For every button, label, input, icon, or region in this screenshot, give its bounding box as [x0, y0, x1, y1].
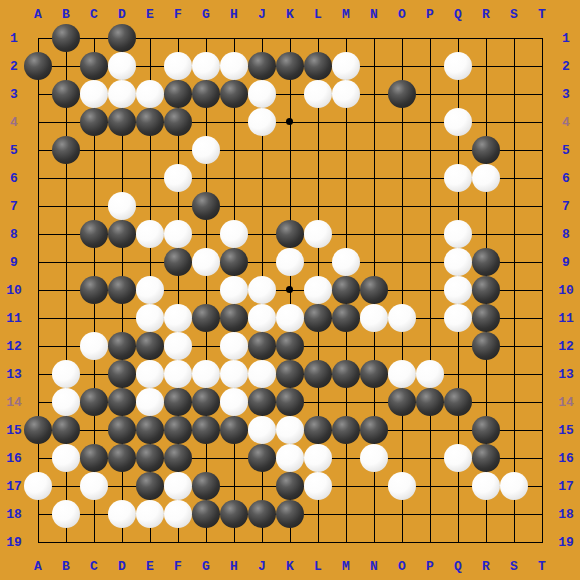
point-S7[interactable]	[500, 192, 528, 220]
point-E17[interactable]	[136, 472, 164, 500]
point-E15[interactable]	[136, 416, 164, 444]
point-L17[interactable]	[304, 472, 332, 500]
point-C10[interactable]	[80, 276, 108, 304]
point-S12[interactable]	[500, 332, 528, 360]
point-M16[interactable]	[332, 444, 360, 472]
point-H10[interactable]	[220, 276, 248, 304]
point-N1[interactable]	[360, 24, 388, 52]
point-M19[interactable]	[332, 528, 360, 556]
point-M9[interactable]	[332, 248, 360, 276]
point-G11[interactable]	[192, 304, 220, 332]
point-Q6[interactable]	[444, 164, 472, 192]
point-F18[interactable]	[164, 500, 192, 528]
point-H14[interactable]	[220, 388, 248, 416]
point-N9[interactable]	[360, 248, 388, 276]
point-B4[interactable]	[52, 108, 80, 136]
point-R16[interactable]	[472, 444, 500, 472]
point-M18[interactable]	[332, 500, 360, 528]
point-F7[interactable]	[164, 192, 192, 220]
point-B8[interactable]	[52, 220, 80, 248]
point-N19[interactable]	[360, 528, 388, 556]
point-C15[interactable]	[80, 416, 108, 444]
point-M7[interactable]	[332, 192, 360, 220]
point-E8[interactable]	[136, 220, 164, 248]
point-G7[interactable]	[192, 192, 220, 220]
point-D18[interactable]	[108, 500, 136, 528]
point-K3[interactable]	[276, 80, 304, 108]
point-C17[interactable]	[80, 472, 108, 500]
point-D10[interactable]	[108, 276, 136, 304]
point-O18[interactable]	[388, 500, 416, 528]
point-T16[interactable]	[528, 444, 556, 472]
point-G5[interactable]	[192, 136, 220, 164]
point-G13[interactable]	[192, 360, 220, 388]
point-K12[interactable]	[276, 332, 304, 360]
point-H7[interactable]	[220, 192, 248, 220]
point-H19[interactable]	[220, 528, 248, 556]
point-J14[interactable]	[248, 388, 276, 416]
point-G3[interactable]	[192, 80, 220, 108]
point-T2[interactable]	[528, 52, 556, 80]
point-Q18[interactable]	[444, 500, 472, 528]
point-D6[interactable]	[108, 164, 136, 192]
point-G19[interactable]	[192, 528, 220, 556]
point-R4[interactable]	[472, 108, 500, 136]
point-B15[interactable]	[52, 416, 80, 444]
point-G10[interactable]	[192, 276, 220, 304]
point-Q15[interactable]	[444, 416, 472, 444]
point-T19[interactable]	[528, 528, 556, 556]
point-A3[interactable]	[24, 80, 52, 108]
point-D3[interactable]	[108, 80, 136, 108]
point-R11[interactable]	[472, 304, 500, 332]
point-L14[interactable]	[304, 388, 332, 416]
point-O1[interactable]	[388, 24, 416, 52]
point-S4[interactable]	[500, 108, 528, 136]
point-L3[interactable]	[304, 80, 332, 108]
point-G16[interactable]	[192, 444, 220, 472]
point-D13[interactable]	[108, 360, 136, 388]
point-N12[interactable]	[360, 332, 388, 360]
point-O3[interactable]	[388, 80, 416, 108]
point-R12[interactable]	[472, 332, 500, 360]
point-J19[interactable]	[248, 528, 276, 556]
point-T17[interactable]	[528, 472, 556, 500]
point-S15[interactable]	[500, 416, 528, 444]
point-B6[interactable]	[52, 164, 80, 192]
point-F4[interactable]	[164, 108, 192, 136]
point-E12[interactable]	[136, 332, 164, 360]
point-B5[interactable]	[52, 136, 80, 164]
point-L6[interactable]	[304, 164, 332, 192]
point-E7[interactable]	[136, 192, 164, 220]
point-B19[interactable]	[52, 528, 80, 556]
point-K14[interactable]	[276, 388, 304, 416]
point-D16[interactable]	[108, 444, 136, 472]
point-N15[interactable]	[360, 416, 388, 444]
point-Q19[interactable]	[444, 528, 472, 556]
point-J9[interactable]	[248, 248, 276, 276]
point-R14[interactable]	[472, 388, 500, 416]
point-E16[interactable]	[136, 444, 164, 472]
point-E2[interactable]	[136, 52, 164, 80]
point-J15[interactable]	[248, 416, 276, 444]
point-H9[interactable]	[220, 248, 248, 276]
point-H4[interactable]	[220, 108, 248, 136]
point-R3[interactable]	[472, 80, 500, 108]
point-T4[interactable]	[528, 108, 556, 136]
point-C8[interactable]	[80, 220, 108, 248]
point-B17[interactable]	[52, 472, 80, 500]
point-E5[interactable]	[136, 136, 164, 164]
point-D17[interactable]	[108, 472, 136, 500]
point-A7[interactable]	[24, 192, 52, 220]
point-B10[interactable]	[52, 276, 80, 304]
point-O2[interactable]	[388, 52, 416, 80]
point-E14[interactable]	[136, 388, 164, 416]
point-R15[interactable]	[472, 416, 500, 444]
point-Q5[interactable]	[444, 136, 472, 164]
point-P4[interactable]	[416, 108, 444, 136]
point-H15[interactable]	[220, 416, 248, 444]
point-L11[interactable]	[304, 304, 332, 332]
point-O9[interactable]	[388, 248, 416, 276]
point-D9[interactable]	[108, 248, 136, 276]
point-E9[interactable]	[136, 248, 164, 276]
point-J6[interactable]	[248, 164, 276, 192]
point-L2[interactable]	[304, 52, 332, 80]
point-M14[interactable]	[332, 388, 360, 416]
point-H3[interactable]	[220, 80, 248, 108]
point-P16[interactable]	[416, 444, 444, 472]
point-D8[interactable]	[108, 220, 136, 248]
point-C2[interactable]	[80, 52, 108, 80]
point-O5[interactable]	[388, 136, 416, 164]
point-P19[interactable]	[416, 528, 444, 556]
point-C13[interactable]	[80, 360, 108, 388]
point-A8[interactable]	[24, 220, 52, 248]
point-M8[interactable]	[332, 220, 360, 248]
point-K4[interactable]	[276, 108, 304, 136]
point-C3[interactable]	[80, 80, 108, 108]
point-A5[interactable]	[24, 136, 52, 164]
point-C6[interactable]	[80, 164, 108, 192]
point-R10[interactable]	[472, 276, 500, 304]
point-S11[interactable]	[500, 304, 528, 332]
point-B3[interactable]	[52, 80, 80, 108]
point-J4[interactable]	[248, 108, 276, 136]
point-J2[interactable]	[248, 52, 276, 80]
point-D5[interactable]	[108, 136, 136, 164]
point-H6[interactable]	[220, 164, 248, 192]
point-K18[interactable]	[276, 500, 304, 528]
point-Q14[interactable]	[444, 388, 472, 416]
point-K7[interactable]	[276, 192, 304, 220]
point-C18[interactable]	[80, 500, 108, 528]
point-Q9[interactable]	[444, 248, 472, 276]
point-J8[interactable]	[248, 220, 276, 248]
point-A6[interactable]	[24, 164, 52, 192]
point-M2[interactable]	[332, 52, 360, 80]
point-O19[interactable]	[388, 528, 416, 556]
point-S1[interactable]	[500, 24, 528, 52]
point-P2[interactable]	[416, 52, 444, 80]
point-B18[interactable]	[52, 500, 80, 528]
point-H13[interactable]	[220, 360, 248, 388]
point-T10[interactable]	[528, 276, 556, 304]
point-T1[interactable]	[528, 24, 556, 52]
point-S5[interactable]	[500, 136, 528, 164]
point-G2[interactable]	[192, 52, 220, 80]
point-F1[interactable]	[164, 24, 192, 52]
point-Q2[interactable]	[444, 52, 472, 80]
point-G12[interactable]	[192, 332, 220, 360]
point-A9[interactable]	[24, 248, 52, 276]
point-Q13[interactable]	[444, 360, 472, 388]
point-G8[interactable]	[192, 220, 220, 248]
point-F6[interactable]	[164, 164, 192, 192]
point-Q3[interactable]	[444, 80, 472, 108]
point-O16[interactable]	[388, 444, 416, 472]
point-P14[interactable]	[416, 388, 444, 416]
point-A2[interactable]	[24, 52, 52, 80]
point-F17[interactable]	[164, 472, 192, 500]
point-C4[interactable]	[80, 108, 108, 136]
point-K19[interactable]	[276, 528, 304, 556]
point-L15[interactable]	[304, 416, 332, 444]
point-L18[interactable]	[304, 500, 332, 528]
point-Q8[interactable]	[444, 220, 472, 248]
point-C5[interactable]	[80, 136, 108, 164]
point-K13[interactable]	[276, 360, 304, 388]
point-E19[interactable]	[136, 528, 164, 556]
point-K10[interactable]	[276, 276, 304, 304]
point-D4[interactable]	[108, 108, 136, 136]
point-O13[interactable]	[388, 360, 416, 388]
point-K8[interactable]	[276, 220, 304, 248]
point-P15[interactable]	[416, 416, 444, 444]
point-K1[interactable]	[276, 24, 304, 52]
point-B11[interactable]	[52, 304, 80, 332]
point-T9[interactable]	[528, 248, 556, 276]
point-F12[interactable]	[164, 332, 192, 360]
point-J12[interactable]	[248, 332, 276, 360]
point-T5[interactable]	[528, 136, 556, 164]
point-R1[interactable]	[472, 24, 500, 52]
point-F10[interactable]	[164, 276, 192, 304]
point-S8[interactable]	[500, 220, 528, 248]
point-J18[interactable]	[248, 500, 276, 528]
point-S2[interactable]	[500, 52, 528, 80]
point-J17[interactable]	[248, 472, 276, 500]
point-C16[interactable]	[80, 444, 108, 472]
point-Q4[interactable]	[444, 108, 472, 136]
point-E11[interactable]	[136, 304, 164, 332]
point-E10[interactable]	[136, 276, 164, 304]
point-Q11[interactable]	[444, 304, 472, 332]
point-M12[interactable]	[332, 332, 360, 360]
point-M4[interactable]	[332, 108, 360, 136]
point-R13[interactable]	[472, 360, 500, 388]
point-P11[interactable]	[416, 304, 444, 332]
point-O17[interactable]	[388, 472, 416, 500]
point-N11[interactable]	[360, 304, 388, 332]
point-N2[interactable]	[360, 52, 388, 80]
point-R6[interactable]	[472, 164, 500, 192]
point-S10[interactable]	[500, 276, 528, 304]
point-A11[interactable]	[24, 304, 52, 332]
point-O7[interactable]	[388, 192, 416, 220]
point-R8[interactable]	[472, 220, 500, 248]
point-C11[interactable]	[80, 304, 108, 332]
point-H17[interactable]	[220, 472, 248, 500]
point-O6[interactable]	[388, 164, 416, 192]
point-P1[interactable]	[416, 24, 444, 52]
point-S9[interactable]	[500, 248, 528, 276]
point-A1[interactable]	[24, 24, 52, 52]
point-B14[interactable]	[52, 388, 80, 416]
point-D19[interactable]	[108, 528, 136, 556]
point-L13[interactable]	[304, 360, 332, 388]
point-N6[interactable]	[360, 164, 388, 192]
point-F15[interactable]	[164, 416, 192, 444]
point-M15[interactable]	[332, 416, 360, 444]
point-K2[interactable]	[276, 52, 304, 80]
point-M5[interactable]	[332, 136, 360, 164]
point-S18[interactable]	[500, 500, 528, 528]
point-N18[interactable]	[360, 500, 388, 528]
point-P12[interactable]	[416, 332, 444, 360]
point-S13[interactable]	[500, 360, 528, 388]
point-L10[interactable]	[304, 276, 332, 304]
point-T6[interactable]	[528, 164, 556, 192]
point-J13[interactable]	[248, 360, 276, 388]
point-M3[interactable]	[332, 80, 360, 108]
point-L4[interactable]	[304, 108, 332, 136]
point-O4[interactable]	[388, 108, 416, 136]
point-B2[interactable]	[52, 52, 80, 80]
point-N5[interactable]	[360, 136, 388, 164]
point-M1[interactable]	[332, 24, 360, 52]
point-R17[interactable]	[472, 472, 500, 500]
point-E13[interactable]	[136, 360, 164, 388]
point-T14[interactable]	[528, 388, 556, 416]
point-T11[interactable]	[528, 304, 556, 332]
point-L16[interactable]	[304, 444, 332, 472]
point-T3[interactable]	[528, 80, 556, 108]
point-K15[interactable]	[276, 416, 304, 444]
point-G17[interactable]	[192, 472, 220, 500]
point-S17[interactable]	[500, 472, 528, 500]
point-O12[interactable]	[388, 332, 416, 360]
point-D1[interactable]	[108, 24, 136, 52]
point-H11[interactable]	[220, 304, 248, 332]
point-F8[interactable]	[164, 220, 192, 248]
point-Q16[interactable]	[444, 444, 472, 472]
point-P17[interactable]	[416, 472, 444, 500]
point-H16[interactable]	[220, 444, 248, 472]
point-C9[interactable]	[80, 248, 108, 276]
point-S3[interactable]	[500, 80, 528, 108]
point-R19[interactable]	[472, 528, 500, 556]
point-E4[interactable]	[136, 108, 164, 136]
point-J7[interactable]	[248, 192, 276, 220]
point-G9[interactable]	[192, 248, 220, 276]
point-K6[interactable]	[276, 164, 304, 192]
point-F11[interactable]	[164, 304, 192, 332]
point-B12[interactable]	[52, 332, 80, 360]
point-G14[interactable]	[192, 388, 220, 416]
point-L12[interactable]	[304, 332, 332, 360]
point-H18[interactable]	[220, 500, 248, 528]
point-A4[interactable]	[24, 108, 52, 136]
point-T7[interactable]	[528, 192, 556, 220]
point-P7[interactable]	[416, 192, 444, 220]
point-P8[interactable]	[416, 220, 444, 248]
point-G1[interactable]	[192, 24, 220, 52]
point-M17[interactable]	[332, 472, 360, 500]
point-L19[interactable]	[304, 528, 332, 556]
point-P5[interactable]	[416, 136, 444, 164]
point-G4[interactable]	[192, 108, 220, 136]
point-D11[interactable]	[108, 304, 136, 332]
point-F5[interactable]	[164, 136, 192, 164]
point-O8[interactable]	[388, 220, 416, 248]
point-D2[interactable]	[108, 52, 136, 80]
point-N16[interactable]	[360, 444, 388, 472]
point-L8[interactable]	[304, 220, 332, 248]
point-B7[interactable]	[52, 192, 80, 220]
point-P3[interactable]	[416, 80, 444, 108]
point-F19[interactable]	[164, 528, 192, 556]
point-M13[interactable]	[332, 360, 360, 388]
point-G18[interactable]	[192, 500, 220, 528]
point-R2[interactable]	[472, 52, 500, 80]
point-L1[interactable]	[304, 24, 332, 52]
point-H1[interactable]	[220, 24, 248, 52]
point-O15[interactable]	[388, 416, 416, 444]
point-N3[interactable]	[360, 80, 388, 108]
point-G15[interactable]	[192, 416, 220, 444]
point-F16[interactable]	[164, 444, 192, 472]
point-R18[interactable]	[472, 500, 500, 528]
point-L5[interactable]	[304, 136, 332, 164]
point-A17[interactable]	[24, 472, 52, 500]
point-P6[interactable]	[416, 164, 444, 192]
point-A18[interactable]	[24, 500, 52, 528]
point-D7[interactable]	[108, 192, 136, 220]
point-T12[interactable]	[528, 332, 556, 360]
point-P9[interactable]	[416, 248, 444, 276]
point-C1[interactable]	[80, 24, 108, 52]
point-K11[interactable]	[276, 304, 304, 332]
point-E6[interactable]	[136, 164, 164, 192]
point-N17[interactable]	[360, 472, 388, 500]
point-J1[interactable]	[248, 24, 276, 52]
point-J10[interactable]	[248, 276, 276, 304]
point-K17[interactable]	[276, 472, 304, 500]
point-M11[interactable]	[332, 304, 360, 332]
point-Q1[interactable]	[444, 24, 472, 52]
point-B13[interactable]	[52, 360, 80, 388]
point-C19[interactable]	[80, 528, 108, 556]
point-P13[interactable]	[416, 360, 444, 388]
point-A10[interactable]	[24, 276, 52, 304]
point-F13[interactable]	[164, 360, 192, 388]
point-T8[interactable]	[528, 220, 556, 248]
point-O14[interactable]	[388, 388, 416, 416]
point-K16[interactable]	[276, 444, 304, 472]
